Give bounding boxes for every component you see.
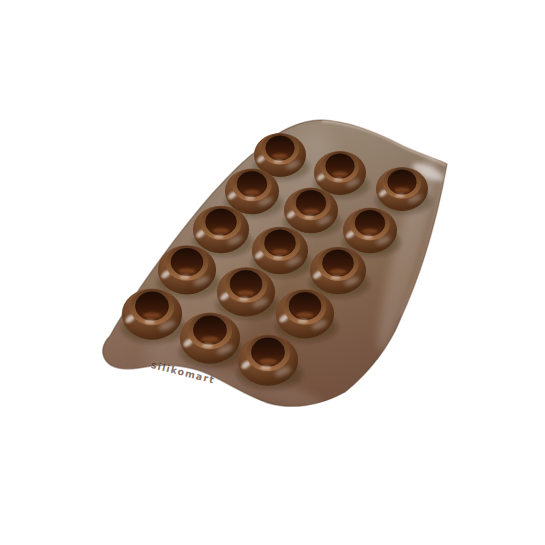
collar-glint [274, 160, 283, 164]
collar-glint [273, 256, 283, 260]
cavity-inner-reflection [330, 269, 346, 274]
collar-glint [331, 276, 341, 280]
cavity-inner-reflection [297, 312, 314, 317]
collar-glint [239, 297, 249, 301]
collar-glint [180, 275, 190, 279]
collar-glint [334, 178, 343, 182]
cavity-inner-reflection [272, 249, 288, 254]
cavity-inner-reflection [303, 209, 319, 214]
collar-glint [214, 235, 224, 239]
collar-glint [144, 320, 154, 324]
cavity-inner-reflection [244, 190, 260, 195]
product-photo-stage: silikomartsilikomart [0, 0, 545, 545]
collar-glint [304, 215, 313, 219]
collar-glint [260, 366, 270, 370]
cavity-inner-reflection [333, 172, 348, 177]
collar-glint [202, 344, 212, 348]
collar-glint [245, 196, 254, 200]
cavity-inner-reflection [362, 229, 378, 234]
collar-glint [363, 235, 372, 239]
cavity-inner-reflection [201, 336, 218, 342]
collar-glint [396, 194, 405, 198]
cavity-inner-reflection [395, 188, 410, 193]
cavity-inner-reflection [179, 268, 196, 273]
cavity-inner-reflection [259, 358, 276, 364]
cavity-inner-reflection [238, 290, 255, 295]
cavity-inner-reflection [143, 312, 160, 318]
cavity-inner-reflection [213, 228, 229, 233]
collar-glint [298, 319, 308, 323]
cavity-inner-reflection [273, 154, 288, 159]
chocolate-mould-photo: silikomartsilikomart [0, 0, 545, 545]
